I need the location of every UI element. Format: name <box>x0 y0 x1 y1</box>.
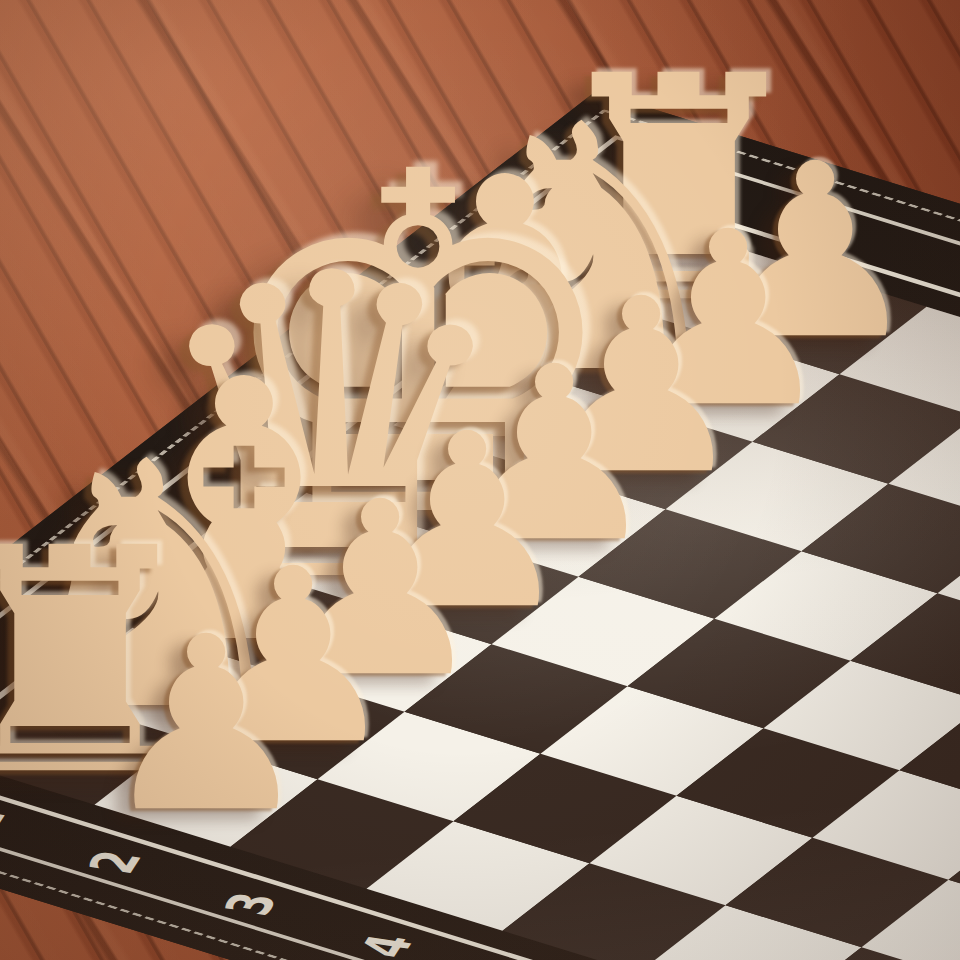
chess-product-photo: 12345678 ♟♟♟♟♟♟♟♟♜♞♝♛♚♝♞♜ <box>0 0 960 960</box>
